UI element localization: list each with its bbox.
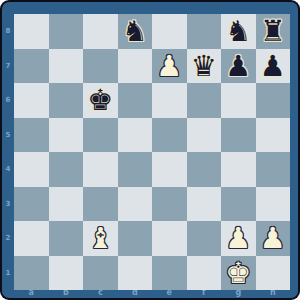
square-a4[interactable] [14, 152, 49, 187]
square-g8[interactable]: ♞ [221, 14, 256, 49]
square-h5[interactable] [256, 118, 291, 153]
black-queen-piece[interactable]: ♛ [191, 49, 217, 84]
rank-label-3: 3 [2, 187, 14, 222]
square-a8[interactable] [14, 14, 49, 49]
square-d1[interactable] [118, 256, 153, 291]
white-pawn-piece[interactable]: ♟ [156, 49, 182, 84]
rank-label-4: 4 [2, 152, 14, 187]
square-g2[interactable]: ♟ [221, 221, 256, 256]
board-frame: 87654321 abcdefgh ♞♞♜♟♛♟♟♚♝♟♟♚ [2, 2, 298, 298]
square-g6[interactable] [221, 83, 256, 118]
black-pawn-piece[interactable]: ♟ [260, 49, 286, 84]
rank-label-2: 2 [2, 221, 14, 256]
square-c6[interactable]: ♚ [83, 83, 118, 118]
square-d8[interactable]: ♞ [118, 14, 153, 49]
square-c3[interactable] [83, 187, 118, 222]
black-knight-piece[interactable]: ♞ [225, 14, 251, 49]
square-f5[interactable] [187, 118, 222, 153]
square-c2[interactable]: ♝ [83, 221, 118, 256]
square-a2[interactable] [14, 221, 49, 256]
square-f2[interactable] [187, 221, 222, 256]
square-b4[interactable] [49, 152, 84, 187]
square-b3[interactable] [49, 187, 84, 222]
rank-label-5: 5 [2, 118, 14, 153]
square-g3[interactable] [221, 187, 256, 222]
square-e6[interactable] [152, 83, 187, 118]
square-c8[interactable] [83, 14, 118, 49]
square-h1[interactable] [256, 256, 291, 291]
square-a1[interactable] [14, 256, 49, 291]
square-f4[interactable] [187, 152, 222, 187]
square-h7[interactable]: ♟ [256, 49, 291, 84]
rank-label-6: 6 [2, 83, 14, 118]
square-b6[interactable] [49, 83, 84, 118]
black-knight-piece[interactable]: ♞ [122, 14, 148, 49]
square-a3[interactable] [14, 187, 49, 222]
square-d4[interactable] [118, 152, 153, 187]
square-f8[interactable] [187, 14, 222, 49]
square-f1[interactable] [187, 256, 222, 291]
square-b2[interactable] [49, 221, 84, 256]
white-pawn-piece[interactable]: ♟ [260, 221, 286, 256]
white-bishop-piece[interactable]: ♝ [87, 221, 113, 256]
square-a6[interactable] [14, 83, 49, 118]
square-c4[interactable] [83, 152, 118, 187]
square-e3[interactable] [152, 187, 187, 222]
rank-label-8: 8 [2, 14, 14, 49]
square-a5[interactable] [14, 118, 49, 153]
black-pawn-piece[interactable]: ♟ [225, 49, 251, 84]
square-d7[interactable] [118, 49, 153, 84]
rank-label-7: 7 [2, 49, 14, 84]
square-a7[interactable] [14, 49, 49, 84]
square-d2[interactable] [118, 221, 153, 256]
square-g1[interactable]: ♚ [221, 256, 256, 291]
rank-label-1: 1 [2, 256, 14, 291]
white-king-piece[interactable]: ♚ [225, 256, 251, 291]
square-e4[interactable] [152, 152, 187, 187]
square-g5[interactable] [221, 118, 256, 153]
square-e7[interactable]: ♟ [152, 49, 187, 84]
square-e2[interactable] [152, 221, 187, 256]
black-rook-piece[interactable]: ♜ [260, 14, 286, 49]
square-e1[interactable] [152, 256, 187, 291]
square-b5[interactable] [49, 118, 84, 153]
white-pawn-piece[interactable]: ♟ [225, 221, 251, 256]
board-grid: ♞♞♜♟♛♟♟♚♝♟♟♚ [14, 14, 290, 290]
square-h2[interactable]: ♟ [256, 221, 291, 256]
square-h4[interactable] [256, 152, 291, 187]
square-g7[interactable]: ♟ [221, 49, 256, 84]
square-d5[interactable] [118, 118, 153, 153]
square-c5[interactable] [83, 118, 118, 153]
rank-labels: 87654321 [2, 14, 14, 290]
square-b1[interactable] [49, 256, 84, 291]
square-h6[interactable] [256, 83, 291, 118]
square-c7[interactable] [83, 49, 118, 84]
square-e8[interactable] [152, 14, 187, 49]
square-f6[interactable] [187, 83, 222, 118]
square-c1[interactable] [83, 256, 118, 291]
square-h3[interactable] [256, 187, 291, 222]
square-f7[interactable]: ♛ [187, 49, 222, 84]
square-g4[interactable] [221, 152, 256, 187]
square-f3[interactable] [187, 187, 222, 222]
square-e5[interactable] [152, 118, 187, 153]
square-b8[interactable] [49, 14, 84, 49]
chess-board: 87654321 abcdefgh ♞♞♜♟♛♟♟♚♝♟♟♚ [0, 0, 300, 300]
square-d3[interactable] [118, 187, 153, 222]
black-king-piece[interactable]: ♚ [87, 83, 113, 118]
square-d6[interactable] [118, 83, 153, 118]
square-b7[interactable] [49, 49, 84, 84]
square-h8[interactable]: ♜ [256, 14, 291, 49]
